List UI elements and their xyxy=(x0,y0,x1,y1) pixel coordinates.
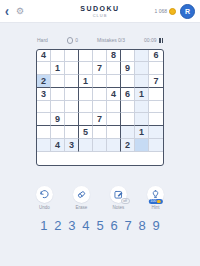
avatar[interactable]: R xyxy=(180,4,195,19)
cell-r2c4[interactable] xyxy=(79,62,93,75)
cell-r7c4[interactable]: 5 xyxy=(79,126,93,139)
score-value: 0 xyxy=(75,37,78,43)
cell-r3c1[interactable]: 2 xyxy=(37,75,51,88)
cell-r4c7[interactable]: 6 xyxy=(121,88,135,101)
cell-r7c1[interactable] xyxy=(37,126,51,139)
sudoku-board: 48617921734619751432 xyxy=(36,49,164,166)
cell-r2c7[interactable]: 9 xyxy=(121,62,135,75)
cell-r8c4[interactable] xyxy=(79,139,93,152)
cell-r2c5[interactable]: 7 xyxy=(93,62,107,75)
number-pad: 1 2 3 4 5 6 7 8 9 xyxy=(0,219,200,232)
hint-button[interactable]: 100 Hint xyxy=(145,186,167,211)
cell-r1c3[interactable] xyxy=(65,50,79,63)
sudoku-app: ‹ ⚙ SUDOKU CLUB 1 068 R Hard 0 Mistakes … xyxy=(0,0,200,266)
erase-button[interactable]: Erase xyxy=(71,186,93,211)
eraser-icon xyxy=(76,189,87,200)
numpad-3[interactable]: 3 xyxy=(68,219,75,232)
hint-coin-icon xyxy=(157,200,161,204)
mistakes-indicator: Mistakes 0/3 xyxy=(97,37,125,43)
coin-balance: 1 068 xyxy=(154,8,167,14)
cell-r7c8[interactable]: 1 xyxy=(135,126,149,139)
cell-r4c6[interactable]: 4 xyxy=(107,88,121,101)
undo-button[interactable]: Undo xyxy=(34,186,56,211)
hint-cost-badge: 100 xyxy=(148,199,162,205)
numpad-8[interactable]: 8 xyxy=(138,219,145,232)
timer: 00:09 xyxy=(144,37,163,43)
app-subtitle: CLUB xyxy=(80,13,119,18)
undo-icon xyxy=(39,189,50,200)
cell-r7c3[interactable] xyxy=(65,126,79,139)
cell-r5c3[interactable] xyxy=(65,101,79,114)
cell-r6c3[interactable] xyxy=(65,113,79,126)
cell-r1c9[interactable]: 6 xyxy=(149,50,163,63)
cell-r1c7[interactable] xyxy=(121,50,135,63)
cell-r4c8[interactable]: 1 xyxy=(135,88,149,101)
cell-r6c6[interactable] xyxy=(107,113,121,126)
cell-r7c2[interactable] xyxy=(51,126,65,139)
cell-r4c3[interactable] xyxy=(65,88,79,101)
cell-r1c2[interactable] xyxy=(51,50,65,63)
cell-r7c7[interactable] xyxy=(121,126,135,139)
cell-r3c9[interactable]: 7 xyxy=(149,75,163,88)
cell-r3c5[interactable] xyxy=(93,75,107,88)
cell-r2c9[interactable] xyxy=(149,62,163,75)
cell-r2c2[interactable]: 1 xyxy=(51,62,65,75)
cell-r4c4[interactable] xyxy=(79,88,93,101)
cell-r8c8[interactable] xyxy=(135,139,149,152)
app-header: ‹ ⚙ SUDOKU CLUB 1 068 R xyxy=(0,0,200,23)
numpad-7[interactable]: 7 xyxy=(124,219,131,232)
score-ring-icon xyxy=(67,37,74,44)
cell-r5c9[interactable] xyxy=(149,101,163,114)
numpad-4[interactable]: 4 xyxy=(82,219,89,232)
cell-r8c6[interactable] xyxy=(107,139,121,152)
cell-r1c5[interactable] xyxy=(93,50,107,63)
cell-r3c7[interactable] xyxy=(121,75,135,88)
difficulty-label: Hard xyxy=(37,37,48,43)
cell-r5c2[interactable] xyxy=(51,101,65,114)
cell-r6c7[interactable] xyxy=(121,113,135,126)
cell-r5c7[interactable] xyxy=(121,101,135,114)
numpad-6[interactable]: 6 xyxy=(110,219,117,232)
coin-icon xyxy=(169,8,176,15)
notes-button[interactable]: off Notes xyxy=(108,186,130,211)
numpad-9[interactable]: 9 xyxy=(153,219,160,232)
pause-icon[interactable] xyxy=(159,38,161,43)
cell-r2c3[interactable] xyxy=(65,62,79,75)
cell-r8c7[interactable]: 2 xyxy=(121,139,135,152)
cell-r5c5[interactable] xyxy=(93,101,107,114)
cell-r6c8[interactable] xyxy=(135,113,149,126)
cell-r2c6[interactable] xyxy=(107,62,121,75)
app-title: SUDOKU xyxy=(80,5,119,12)
cell-r6c1[interactable] xyxy=(37,113,51,126)
cell-r6c4[interactable] xyxy=(79,113,93,126)
cell-r7c5[interactable] xyxy=(93,126,107,139)
cell-r5c8[interactable] xyxy=(135,101,149,114)
cell-r3c4[interactable]: 1 xyxy=(79,75,93,88)
cell-r8c2[interactable]: 4 xyxy=(51,139,65,152)
cell-r3c6[interactable] xyxy=(107,75,121,88)
cell-r3c8[interactable] xyxy=(135,75,149,88)
score-indicator: 0 xyxy=(67,37,78,44)
cell-r5c1[interactable] xyxy=(37,101,51,114)
cell-r6c9[interactable] xyxy=(149,113,163,126)
cell-r8c9[interactable] xyxy=(149,139,163,152)
cell-r5c6[interactable] xyxy=(107,101,121,114)
cell-r6c5[interactable]: 7 xyxy=(93,113,107,126)
notes-off-badge: off xyxy=(121,198,130,205)
settings-gear-icon[interactable]: ⚙ xyxy=(16,7,24,16)
status-bar: Hard 0 Mistakes 0/3 00:09 xyxy=(37,37,163,44)
timer-value: 00:09 xyxy=(144,37,157,43)
cell-r7c9[interactable] xyxy=(149,126,163,139)
cell-r3c2[interactable] xyxy=(51,75,65,88)
cell-r2c8[interactable] xyxy=(135,62,149,75)
back-button[interactable]: ‹ xyxy=(5,4,9,18)
cell-r6c2[interactable]: 9 xyxy=(51,113,65,126)
cell-r4c9[interactable] xyxy=(149,88,163,101)
numpad-2[interactable]: 2 xyxy=(54,219,61,232)
cell-r4c1[interactable]: 3 xyxy=(37,88,51,101)
toolbar: Undo Erase off Notes xyxy=(0,186,200,211)
cell-r5c4[interactable] xyxy=(79,101,93,114)
numpad-1[interactable]: 1 xyxy=(40,219,47,232)
cell-r3c3[interactable] xyxy=(65,75,79,88)
cell-r7c6[interactable] xyxy=(107,126,121,139)
cell-r4c5[interactable] xyxy=(93,88,107,101)
cell-r1c4[interactable] xyxy=(79,50,93,63)
cell-r8c1[interactable] xyxy=(37,139,51,152)
cell-r8c5[interactable] xyxy=(93,139,107,152)
cell-r1c6[interactable]: 8 xyxy=(107,50,121,63)
numpad-5[interactable]: 5 xyxy=(96,219,103,232)
cell-r4c2[interactable] xyxy=(51,88,65,101)
cell-r1c8[interactable] xyxy=(135,50,149,63)
cell-r1c1[interactable]: 4 xyxy=(37,50,51,63)
cell-r8c3[interactable]: 3 xyxy=(65,139,79,152)
cell-r2c1[interactable] xyxy=(37,62,51,75)
